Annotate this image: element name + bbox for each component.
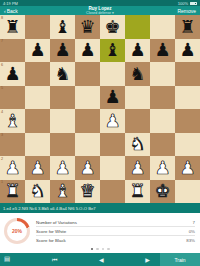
black-knight: ♞ xyxy=(129,64,145,82)
progress-percent: 20% xyxy=(12,228,22,234)
square-c2[interactable]: ♟ xyxy=(50,156,75,180)
square-a8[interactable]: 8♜ xyxy=(0,15,25,39)
stat-row: Number of Variations7 xyxy=(36,218,195,227)
rank-coordinate: 2 xyxy=(1,157,3,161)
stat-label: Number of Variations xyxy=(36,220,77,225)
square-c1[interactable]: ♝ xyxy=(50,180,75,204)
white-rook: ♜ xyxy=(129,182,145,200)
black-pawn: ♟ xyxy=(154,41,170,59)
square-f4[interactable] xyxy=(125,109,150,133)
black-rook: ♜ xyxy=(179,17,195,35)
square-h5[interactable] xyxy=(175,86,200,110)
white-knight: ♞ xyxy=(129,135,145,153)
square-d2[interactable]: ♟ xyxy=(75,156,100,180)
square-a1[interactable]: 1♜ xyxy=(0,180,25,204)
square-c3[interactable] xyxy=(50,133,75,157)
train-button[interactable]: Train xyxy=(160,253,200,266)
square-h3[interactable] xyxy=(175,133,200,157)
move-list-text: 1.e4 e5 2.Nf3 Nc6 3.Bb5 a6 4.Ba4 Nf6 5.O… xyxy=(3,206,96,211)
square-f1[interactable]: ♜ xyxy=(125,180,150,204)
battery-percent: 100% xyxy=(178,1,188,6)
bottom-toolbar: ▤⏮◀▶ Train xyxy=(0,253,200,266)
stat-row: Score for Black83% xyxy=(36,236,195,245)
page-dot-4 xyxy=(107,248,110,251)
square-a4[interactable]: 4♝ xyxy=(0,109,25,133)
square-h7[interactable]: ♟ xyxy=(175,39,200,63)
black-rook: ♜ xyxy=(4,17,20,35)
white-pawn: ♟ xyxy=(179,158,195,176)
square-d4[interactable] xyxy=(75,109,100,133)
square-d3[interactable] xyxy=(75,133,100,157)
skip-to-start-icon[interactable]: ⏮ xyxy=(52,257,57,263)
white-pawn: ♟ xyxy=(54,158,70,176)
square-c7[interactable]: ♟ xyxy=(50,39,75,63)
rank-coordinate: 6 xyxy=(1,63,3,67)
square-d1[interactable]: ♛ xyxy=(75,180,100,204)
black-queen: ♛ xyxy=(79,17,95,35)
stat-label: Score for Black xyxy=(36,238,66,243)
square-h4[interactable] xyxy=(175,109,200,133)
black-pawn: ♟ xyxy=(29,41,45,59)
square-b7[interactable]: ♟ xyxy=(25,39,50,63)
square-g3[interactable] xyxy=(150,133,175,157)
page-dot-2 xyxy=(96,248,99,251)
page-dot-1 xyxy=(91,248,94,251)
app-window: 4:19 PM 100% ‹ Back Ruy Lopez Closed def… xyxy=(0,0,200,266)
back-button-label: Back xyxy=(7,8,18,14)
white-pawn: ♟ xyxy=(79,158,95,176)
back-button[interactable]: ‹ Back xyxy=(4,8,18,14)
white-pawn: ♟ xyxy=(104,111,120,129)
square-h1[interactable] xyxy=(175,180,200,204)
square-h2[interactable]: ♟ xyxy=(175,156,200,180)
square-g2[interactable]: ♟ xyxy=(150,156,175,180)
page-dots[interactable] xyxy=(0,248,200,251)
square-e6[interactable] xyxy=(100,62,125,86)
square-f5[interactable] xyxy=(125,86,150,110)
black-pawn: ♟ xyxy=(4,64,20,82)
stat-value: 0% xyxy=(189,229,195,234)
stat-label: Score for White xyxy=(36,229,66,234)
black-pawn: ♟ xyxy=(104,88,120,106)
rank-coordinate: 3 xyxy=(1,133,3,137)
page-dot-3 xyxy=(102,248,105,251)
square-d8[interactable]: ♛ xyxy=(75,15,100,39)
white-knight: ♞ xyxy=(29,182,45,200)
rank-coordinate: 5 xyxy=(1,86,3,90)
next-move-icon[interactable]: ▶ xyxy=(145,257,150,263)
square-g8[interactable] xyxy=(150,15,175,39)
square-f3[interactable]: ♞ xyxy=(125,133,150,157)
square-f2[interactable]: ♟ xyxy=(125,156,150,180)
square-g7[interactable]: ♟ xyxy=(150,39,175,63)
square-d5[interactable] xyxy=(75,86,100,110)
white-king: ♚ xyxy=(154,182,170,200)
white-pawn: ♟ xyxy=(129,158,145,176)
square-g5[interactable] xyxy=(150,86,175,110)
square-f6[interactable]: ♞ xyxy=(125,62,150,86)
square-b3[interactable] xyxy=(25,133,50,157)
stat-row: Score for White0% xyxy=(36,227,195,236)
navigation-bar: ‹ Back Ruy Lopez Closed defense ▾ Remove xyxy=(0,6,200,15)
square-e3[interactable] xyxy=(100,133,125,157)
black-pawn: ♟ xyxy=(79,41,95,59)
chevron-left-icon: ‹ xyxy=(4,8,6,14)
remove-button[interactable]: Remove xyxy=(177,8,196,14)
stat-value: 7 xyxy=(193,220,195,225)
rank-coordinate: 7 xyxy=(1,39,3,43)
square-e7[interactable]: ♝ xyxy=(100,39,125,63)
white-pawn: ♟ xyxy=(29,158,45,176)
chess-board: 8♜♝♛♚♜7♟♟♟♝♟♟♟6♟♞♞5♟4♝♟3♞2♟♟♟♟♟♟♟1♜♞♝♛♜♚ xyxy=(0,15,200,203)
black-pawn: ♟ xyxy=(129,41,145,59)
rank-coordinate: 1 xyxy=(1,180,3,184)
square-b8[interactable] xyxy=(25,15,50,39)
square-c8[interactable]: ♝ xyxy=(50,15,75,39)
square-h6[interactable] xyxy=(175,62,200,86)
stats-card: 20% Number of Variations7Score for White… xyxy=(0,213,200,253)
black-king: ♚ xyxy=(104,17,120,35)
black-bishop: ♝ xyxy=(54,17,70,35)
previous-move-icon[interactable]: ◀ xyxy=(99,257,104,263)
black-pawn: ♟ xyxy=(54,41,70,59)
square-c5[interactable] xyxy=(50,86,75,110)
moves-list-icon[interactable]: ▤ xyxy=(4,256,10,263)
move-list-bar[interactable]: 1.e4 e5 2.Nf3 Nc6 3.Bb5 a6 4.Ba4 Nf6 5.O… xyxy=(0,203,200,213)
white-rook: ♜ xyxy=(4,182,20,200)
square-h8[interactable]: ♜ xyxy=(175,15,200,39)
square-b4[interactable] xyxy=(25,109,50,133)
white-bishop: ♝ xyxy=(4,111,20,129)
square-c6[interactable]: ♞ xyxy=(50,62,75,86)
square-b1[interactable]: ♞ xyxy=(25,180,50,204)
black-pawn: ♟ xyxy=(179,41,195,59)
square-a7[interactable]: 7 xyxy=(0,39,25,63)
square-e2[interactable] xyxy=(100,156,125,180)
battery-icon xyxy=(190,2,197,5)
square-g4[interactable] xyxy=(150,109,175,133)
status-time: 4:19 PM xyxy=(3,1,18,6)
rank-coordinate: 4 xyxy=(1,110,3,114)
stat-value: 83% xyxy=(186,238,195,243)
square-e4[interactable]: ♟ xyxy=(100,109,125,133)
square-c4[interactable] xyxy=(50,109,75,133)
white-bishop: ♝ xyxy=(54,182,70,200)
white-pawn: ♟ xyxy=(154,158,170,176)
square-b2[interactable]: ♟ xyxy=(25,156,50,180)
square-a2[interactable]: 2♟ xyxy=(0,156,25,180)
square-d6[interactable] xyxy=(75,62,100,86)
square-a3[interactable]: 3 xyxy=(0,133,25,157)
progress-gauge: 20% xyxy=(4,218,30,244)
white-queen: ♛ xyxy=(79,182,95,200)
white-pawn: ♟ xyxy=(4,158,20,176)
square-f7[interactable]: ♟ xyxy=(125,39,150,63)
square-d7[interactable]: ♟ xyxy=(75,39,100,63)
square-e5[interactable]: ♟ xyxy=(100,86,125,110)
square-e1[interactable] xyxy=(100,180,125,204)
square-a6[interactable]: 6♟ xyxy=(0,62,25,86)
square-g1[interactable]: ♚ xyxy=(150,180,175,204)
page-title: Ruy Lopez xyxy=(88,6,111,11)
square-b6[interactable] xyxy=(25,62,50,86)
square-a5[interactable]: 5 xyxy=(0,86,25,110)
rank-coordinate: 8 xyxy=(1,16,3,20)
black-bishop: ♝ xyxy=(104,41,120,59)
square-e8[interactable]: ♚ xyxy=(100,15,125,39)
square-f8[interactable] xyxy=(125,15,150,39)
square-g6[interactable] xyxy=(150,62,175,86)
square-b5[interactable] xyxy=(25,86,50,110)
black-knight: ♞ xyxy=(54,64,70,82)
